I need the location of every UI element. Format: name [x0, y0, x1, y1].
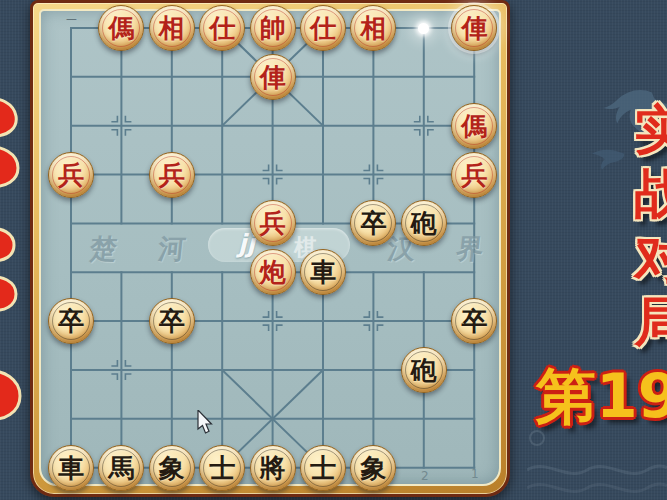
- file-label-bottom-1: 1: [471, 467, 479, 481]
- piece-red-傌-8,2[interactable]: 傌: [451, 103, 497, 149]
- piece-black-象-6,9[interactable]: 象: [350, 445, 396, 491]
- piece-black-將-4,9[interactable]: 將: [250, 445, 296, 491]
- piece-red-炮-4,5[interactable]: 炮: [250, 249, 296, 295]
- piece-red-帥-4,0[interactable]: 帥: [250, 5, 296, 51]
- piece-black-車-0,9[interactable]: 車: [48, 445, 94, 491]
- river-label-right: 汉 界: [386, 231, 501, 267]
- piece-black-卒-2,6[interactable]: 卒: [149, 298, 195, 344]
- piece-black-車-5,5[interactable]: 車: [300, 249, 346, 295]
- side-title-char-4: 局: [634, 295, 667, 348]
- piece-red-俥-8,0[interactable]: 俥: [451, 5, 497, 51]
- piece-red-兵-0,3[interactable]: 兵: [48, 152, 94, 198]
- piece-red-俥-4,1[interactable]: 俥: [250, 54, 296, 100]
- file-label-top-1: 一: [66, 13, 77, 28]
- piece-black-卒-0,6[interactable]: 卒: [48, 298, 94, 344]
- last-move-indicator-dot: [418, 23, 429, 34]
- xiangqi-board[interactable]: 楚 河 汉 界 jj 棋 一 2 1 傌相仕帥仕相俥俥傌兵兵兵兵卒砲炮車卒卒卒砲…: [30, 0, 510, 497]
- side-title-char-1: 实: [634, 103, 667, 156]
- piece-red-兵-8,3[interactable]: 兵: [451, 152, 497, 198]
- piece-black-卒-8,6[interactable]: 卒: [451, 298, 497, 344]
- piece-black-士-3,9[interactable]: 士: [199, 445, 245, 491]
- piece-red-相-2,0[interactable]: 相: [149, 5, 195, 51]
- river-label-left: 楚 河: [88, 231, 203, 267]
- side-title-char-3: 对: [634, 231, 667, 284]
- piece-red-仕-3,0[interactable]: 仕: [199, 5, 245, 51]
- mouse-cursor: [197, 410, 215, 436]
- piece-red-仕-5,0[interactable]: 仕: [300, 5, 346, 51]
- piece-black-砲-7,7[interactable]: 砲: [401, 347, 447, 393]
- piece-red-兵-4,4[interactable]: 兵: [250, 200, 296, 246]
- side-title-char-2: 战: [634, 167, 667, 220]
- file-label-bottom-2: 2: [421, 469, 429, 483]
- piece-black-士-5,9[interactable]: 士: [300, 445, 346, 491]
- piece-red-兵-2,3[interactable]: 兵: [149, 152, 195, 198]
- piece-black-象-2,9[interactable]: 象: [149, 445, 195, 491]
- episode-number-label: 第19: [536, 366, 667, 426]
- piece-black-馬-1,9[interactable]: 馬: [98, 445, 144, 491]
- left-title-fragment: [0, 0, 30, 500]
- piece-black-砲-7,4[interactable]: 砲: [401, 200, 447, 246]
- screenshot-root: { "game": "xiangqi", "position": { "fen"…: [0, 0, 667, 500]
